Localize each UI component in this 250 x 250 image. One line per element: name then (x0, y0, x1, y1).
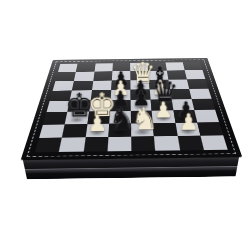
piece-shadow (88, 129, 106, 136)
product-photo: ♟♛♝♟♟♟♟♟♛♚♚♟♟♟♞♞♟ (0, 0, 250, 250)
square-d1 (107, 136, 131, 151)
square-f4: ♛ (151, 99, 173, 110)
square-c4 (89, 100, 111, 111)
piece-shadow (111, 129, 128, 136)
square-f7 (148, 71, 168, 80)
square-d7 (112, 71, 131, 80)
square-h8 (183, 62, 203, 70)
square-e8 (130, 63, 148, 72)
piece-shadow (113, 84, 128, 89)
piece-shadow (154, 104, 171, 110)
square-g6 (168, 79, 189, 89)
square-e7 (130, 71, 149, 80)
square-g1 (177, 136, 203, 151)
piece-shadow (68, 117, 86, 124)
piece-shadow (134, 128, 152, 135)
square-c7 (93, 71, 112, 80)
square-a6 (53, 81, 74, 91)
square-f1 (154, 136, 179, 151)
piece-shadow (152, 83, 167, 88)
square-f5: ♟ (150, 89, 171, 100)
square-e4: ♟ (131, 100, 152, 111)
square-a5 (50, 90, 72, 101)
square-a4 (46, 101, 69, 113)
photo-rotation-wrapper: ♟♛♝♟♟♟♟♟♛♚♚♟♟♟♞♞♟ (0, 0, 250, 250)
square-a8 (58, 64, 78, 73)
square-g7 (166, 70, 186, 79)
square-h4 (191, 99, 215, 110)
square-c5 (90, 90, 111, 101)
playing-area: ♟♛♝♟♟♟♟♟♛♚♚♟♟♟♞♞♟ (35, 62, 228, 152)
square-d2: ♞ (108, 123, 131, 137)
square-g3: ♟ (173, 110, 197, 122)
square-h6 (187, 79, 209, 89)
square-e3 (131, 111, 153, 123)
square-b1 (59, 137, 85, 152)
piece-shadow (133, 94, 148, 100)
piece-shadow (133, 104, 149, 110)
square-d3 (109, 111, 131, 123)
piece-shadow (179, 128, 198, 135)
piece-shadow (112, 105, 128, 111)
square-d5: ♟ (110, 90, 130, 101)
square-f6: ♝ (149, 80, 169, 90)
piece-shadow (113, 94, 128, 100)
perspective-scene: ♟♛♝♟♟♟♟♟♛♚♚♟♟♟♞♞♟ (0, 0, 250, 250)
square-h1 (200, 135, 228, 150)
square-b3: ♚ (65, 112, 89, 124)
square-c6 (92, 80, 112, 90)
square-b4 (68, 100, 91, 111)
piece-shadow (176, 115, 194, 122)
square-d4: ♟ (110, 100, 131, 111)
square-a1 (35, 137, 62, 152)
square-b8 (76, 63, 95, 72)
square-h3 (194, 110, 219, 122)
piece-shadow (153, 93, 169, 99)
square-g4 (171, 99, 194, 110)
square-e1 (131, 136, 155, 151)
square-a2 (39, 124, 65, 138)
square-c3: ♚ (87, 111, 110, 123)
square-c8 (94, 63, 113, 72)
square-f3: ♟ (152, 111, 175, 123)
square-e5: ♟ (131, 89, 151, 100)
square-c1 (83, 137, 108, 152)
square-d8 (112, 63, 130, 72)
square-d6: ♟ (111, 80, 130, 90)
square-h7 (184, 70, 205, 79)
chess-board: ♟♛♝♟♟♟♟♟♛♚♚♟♟♟♞♞♟ (21, 58, 243, 160)
piece-shadow (133, 84, 148, 89)
piece-shadow (90, 116, 107, 123)
square-a3 (43, 112, 68, 124)
piece-shadow (155, 116, 172, 123)
square-b7 (74, 72, 94, 81)
square-b2 (62, 124, 87, 138)
